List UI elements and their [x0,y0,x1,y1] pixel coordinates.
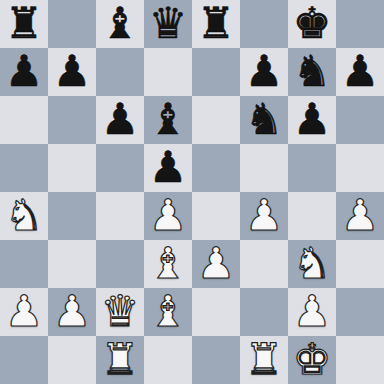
black-king[interactable]: ♚ [293,0,332,47]
square-c4[interactable] [96,192,144,240]
square-h8[interactable] [336,0,384,48]
square-e3[interactable]: ♟ [192,240,240,288]
square-g6[interactable]: ♟ [288,96,336,144]
square-c6[interactable]: ♟ [96,96,144,144]
square-f8[interactable] [240,0,288,48]
square-e2[interactable] [192,288,240,336]
square-c8[interactable]: ♝ [96,0,144,48]
square-f1[interactable]: ♜ [240,336,288,384]
black-knight[interactable]: ♞ [293,47,332,95]
white-king[interactable]: ♚ [293,335,332,383]
square-a5[interactable] [0,144,48,192]
square-c2[interactable]: ♛ [96,288,144,336]
white-bishop[interactable]: ♝ [149,287,188,335]
square-h4[interactable]: ♟ [336,192,384,240]
black-pawn[interactable]: ♟ [341,47,380,95]
square-c5[interactable] [96,144,144,192]
black-rook[interactable]: ♜ [5,0,44,47]
white-knight[interactable]: ♞ [293,239,332,287]
square-b4[interactable] [48,192,96,240]
black-knight[interactable]: ♞ [245,95,284,143]
square-f6[interactable]: ♞ [240,96,288,144]
square-g2[interactable]: ♟ [288,288,336,336]
white-pawn[interactable]: ♟ [53,287,92,335]
square-e7[interactable] [192,48,240,96]
black-queen[interactable]: ♛ [149,0,188,47]
square-d8[interactable]: ♛ [144,0,192,48]
square-e8[interactable]: ♜ [192,0,240,48]
black-bishop[interactable]: ♝ [149,95,188,143]
square-g3[interactable]: ♞ [288,240,336,288]
black-pawn[interactable]: ♟ [293,95,332,143]
black-pawn[interactable]: ♟ [53,47,92,95]
white-knight[interactable]: ♞ [5,191,44,239]
black-pawn[interactable]: ♟ [149,143,188,191]
square-c3[interactable] [96,240,144,288]
white-pawn[interactable]: ♟ [5,287,44,335]
white-queen[interactable]: ♛ [101,287,140,335]
square-d5[interactable]: ♟ [144,144,192,192]
square-b8[interactable] [48,0,96,48]
black-bishop[interactable]: ♝ [101,0,140,47]
square-f3[interactable] [240,240,288,288]
square-h5[interactable] [336,144,384,192]
square-g5[interactable] [288,144,336,192]
black-pawn[interactable]: ♟ [245,47,284,95]
square-f4[interactable]: ♟ [240,192,288,240]
chess-board: ♜♝♛♜♚♟♟♟♞♟♟♝♞♟♟♞♟♟♟♝♟♞♟♟♛♝♟♜♜♚ [0,0,384,384]
white-rook[interactable]: ♜ [245,335,284,383]
square-f7[interactable]: ♟ [240,48,288,96]
square-h1[interactable] [336,336,384,384]
square-c1[interactable]: ♜ [96,336,144,384]
square-h7[interactable]: ♟ [336,48,384,96]
square-e6[interactable] [192,96,240,144]
square-g1[interactable]: ♚ [288,336,336,384]
white-pawn[interactable]: ♟ [293,287,332,335]
square-a1[interactable] [0,336,48,384]
square-a3[interactable] [0,240,48,288]
white-pawn[interactable]: ♟ [341,191,380,239]
black-pawn[interactable]: ♟ [5,47,44,95]
square-a2[interactable]: ♟ [0,288,48,336]
white-rook[interactable]: ♜ [101,335,140,383]
square-a8[interactable]: ♜ [0,0,48,48]
square-b5[interactable] [48,144,96,192]
square-d4[interactable]: ♟ [144,192,192,240]
square-b7[interactable]: ♟ [48,48,96,96]
square-h6[interactable] [336,96,384,144]
square-d3[interactable]: ♝ [144,240,192,288]
white-pawn[interactable]: ♟ [245,191,284,239]
square-e1[interactable] [192,336,240,384]
square-d2[interactable]: ♝ [144,288,192,336]
square-d6[interactable]: ♝ [144,96,192,144]
square-d7[interactable] [144,48,192,96]
square-e5[interactable] [192,144,240,192]
black-pawn[interactable]: ♟ [101,95,140,143]
square-a6[interactable] [0,96,48,144]
square-e4[interactable] [192,192,240,240]
white-bishop[interactable]: ♝ [149,239,188,287]
square-b2[interactable]: ♟ [48,288,96,336]
white-pawn[interactable]: ♟ [197,239,236,287]
square-h2[interactable] [336,288,384,336]
square-b1[interactable] [48,336,96,384]
square-b3[interactable] [48,240,96,288]
square-f5[interactable] [240,144,288,192]
black-rook[interactable]: ♜ [197,0,236,47]
square-c7[interactable] [96,48,144,96]
square-d1[interactable] [144,336,192,384]
square-g8[interactable]: ♚ [288,0,336,48]
square-f2[interactable] [240,288,288,336]
square-g4[interactable] [288,192,336,240]
square-a7[interactable]: ♟ [0,48,48,96]
square-a4[interactable]: ♞ [0,192,48,240]
square-b6[interactable] [48,96,96,144]
square-g7[interactable]: ♞ [288,48,336,96]
square-h3[interactable] [336,240,384,288]
white-pawn[interactable]: ♟ [149,191,188,239]
